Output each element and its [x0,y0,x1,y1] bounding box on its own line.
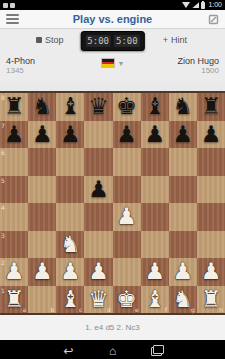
square-h7[interactable]: ♟ [197,121,225,149]
status-icons: 1:00 [182,0,222,10]
board-frame: 8♜♞♝♛♚♝♞♜7♟♟♟♟♟♟♟65♟4♟3♞2♟♟♟♟♟♟♟1a♜bc♝d♛… [0,91,225,315]
square-f7[interactable]: ♟ [141,121,169,149]
stop-label: Stop [45,35,64,45]
square-f5[interactable] [141,176,169,204]
square-e4[interactable]: ♟ [113,203,141,231]
square-c2[interactable]: ♟ [56,258,84,286]
notification-icon [10,3,15,8]
square-c7[interactable]: ♟ [56,121,84,149]
square-b2[interactable]: ♟ [28,258,56,286]
rank-label: 5 [1,177,5,184]
square-f4[interactable] [141,203,169,231]
signal-icon [192,2,199,8]
move-list-bar[interactable]: 1. e4 d5 2. Nc3 [0,315,225,340]
player-left-name: 4-Phon [6,56,35,66]
square-f3[interactable] [141,231,169,259]
white-rook[interactable]: ♜ [201,286,222,313]
white-knight[interactable]: ♞ [60,231,81,258]
square-f1[interactable]: f♝ [141,286,169,314]
hint-button[interactable]: + Hint [163,35,187,45]
player-right-rating: 1500 [177,66,219,76]
square-c1[interactable]: c♝ [56,286,84,314]
white-bishop[interactable]: ♝ [60,286,81,313]
square-h8[interactable]: ♜ [197,93,225,121]
black-bishop[interactable]: ♝ [60,93,81,120]
black-pawn[interactable]: ♟ [32,121,53,148]
chess-board: 8♜♞♝♛♚♝♞♜7♟♟♟♟♟♟♟65♟4♟3♞2♟♟♟♟♟♟♟1a♜bc♝d♛… [0,93,225,313]
stop-icon [36,37,42,43]
square-b7[interactable]: ♟ [28,121,56,149]
square-e6[interactable] [113,148,141,176]
square-e3[interactable] [113,231,141,259]
black-pawn[interactable]: ♟ [4,121,25,148]
chess-clock[interactable]: 5:00 5:00 [80,31,144,51]
square-b1[interactable]: b [28,286,56,314]
square-a2[interactable]: 2♟ [0,258,28,286]
player-right-name: Zion Hugo [177,56,219,66]
square-b5[interactable] [28,176,56,204]
rank-label: 3 [1,232,5,239]
black-pawn[interactable]: ♟ [60,121,81,148]
square-a8[interactable]: 8♜ [0,93,28,121]
square-a1[interactable]: 1a♜ [0,286,28,314]
square-d6[interactable] [84,148,112,176]
status-bar: 1:00 [0,0,225,10]
file-label: b [50,306,54,313]
back-button[interactable]: ↩ [61,344,77,358]
square-g3[interactable] [169,231,197,259]
player-left: 4-Phon 1345 [6,56,35,76]
white-pawn[interactable]: ♟ [173,258,194,285]
square-g7[interactable]: ♟ [169,121,197,149]
black-pawn[interactable]: ♟ [173,121,194,148]
black-queen[interactable]: ♛ [88,93,109,120]
white-pawn[interactable]: ♟ [201,258,222,285]
white-king[interactable]: ♚ [116,286,137,313]
square-h1[interactable]: h♜ [197,286,225,314]
hint-label: Hint [171,35,187,45]
white-pawn[interactable]: ♟ [116,203,137,230]
stop-button[interactable]: Stop [36,35,64,45]
square-d4[interactable] [84,203,112,231]
square-a7[interactable]: 7♟ [0,121,28,149]
square-h6[interactable] [197,148,225,176]
flip-board-icon[interactable] [207,13,219,25]
square-c8[interactable]: ♝ [56,93,84,121]
menu-icon[interactable] [6,14,19,24]
square-d1[interactable]: d♛ [84,286,112,314]
square-g4[interactable] [169,203,197,231]
black-pawn[interactable]: ♟ [88,176,109,203]
square-d3[interactable] [84,231,112,259]
rank-label: 6 [1,149,5,156]
square-c4[interactable] [56,203,84,231]
square-c5[interactable] [56,176,84,204]
square-h5[interactable] [197,176,225,204]
white-pawn[interactable]: ♟ [144,258,165,285]
black-pawn[interactable]: ♟ [116,121,137,148]
hint-icon: + [163,37,168,43]
square-g8[interactable]: ♞ [169,93,197,121]
square-h3[interactable] [197,231,225,259]
square-b8[interactable]: ♞ [28,93,56,121]
square-d7[interactable] [84,121,112,149]
clock-time: 1:00 [207,0,222,10]
germany-flag-icon [101,58,115,68]
notification-icon [3,3,8,8]
action-bar: Play vs. engine [0,10,225,29]
black-rook[interactable]: ♜ [4,93,25,120]
android-nav-bar: ↩ ⌂ [0,340,225,359]
black-knight[interactable]: ♞ [32,93,53,120]
player-right: Zion Hugo 1500 [177,56,219,76]
black-king[interactable]: ♚ [116,93,137,120]
white-clock: 5:00 [85,35,111,47]
player-left-rating: 1345 [6,66,35,76]
battery-icon [201,2,205,9]
white-pawn[interactable]: ♟ [60,258,81,285]
square-d5[interactable]: ♟ [84,176,112,204]
app-screen: 1:00 Play vs. engine Stop 5:00 5:00 + Hi… [0,0,225,359]
white-bishop[interactable]: ♝ [144,286,165,313]
white-queen[interactable]: ♛ [88,286,109,313]
square-e5[interactable] [113,176,141,204]
black-bishop[interactable]: ♝ [144,93,165,120]
square-c3[interactable]: ♞ [56,231,84,259]
flip-board-glyph [208,14,219,25]
black-pawn[interactable]: ♟ [201,121,222,148]
white-rook[interactable]: ♜ [4,286,25,313]
move-list: 1. e4 d5 2. Nc3 [85,323,139,332]
square-a4[interactable]: 4 [0,203,28,231]
square-h2[interactable]: ♟ [197,258,225,286]
notification-area [3,3,15,8]
square-e1[interactable]: e♚ [113,286,141,314]
square-f8[interactable]: ♝ [141,93,169,121]
spacer [0,83,225,91]
page-title: Play vs. engine [0,13,225,25]
square-d2[interactable]: ♟ [84,258,112,286]
recents-button[interactable] [149,344,165,358]
square-a6[interactable]: 6 [0,148,28,176]
black-knight[interactable]: ♞ [173,93,194,120]
recents-icon [151,347,162,356]
square-e2[interactable] [113,258,141,286]
square-a5[interactable]: 5 [0,176,28,204]
opening-selector[interactable]: ▼ [101,58,125,68]
square-b6[interactable] [28,148,56,176]
home-button[interactable]: ⌂ [105,344,121,358]
white-knight[interactable]: ♞ [173,286,194,313]
square-e7[interactable]: ♟ [113,121,141,149]
square-h4[interactable] [197,203,225,231]
square-f6[interactable] [141,148,169,176]
square-d8[interactable]: ♛ [84,93,112,121]
square-a3[interactable]: 3 [0,231,28,259]
black-clock: 5:00 [114,35,140,47]
game-controls: Stop 5:00 5:00 + Hint [0,29,225,54]
wifi-icon [182,2,190,8]
square-f2[interactable]: ♟ [141,258,169,286]
square-g2[interactable]: ♟ [169,258,197,286]
square-e8[interactable]: ♚ [113,93,141,121]
square-b4[interactable] [28,203,56,231]
square-g6[interactable] [169,148,197,176]
white-pawn[interactable]: ♟ [32,258,53,285]
square-b3[interactable] [28,231,56,259]
chevron-down-icon: ▼ [118,60,125,67]
rank-label: 4 [1,204,5,211]
white-pawn[interactable]: ♟ [88,258,109,285]
square-g1[interactable]: g♞ [169,286,197,314]
white-pawn[interactable]: ♟ [4,258,25,285]
black-pawn[interactable]: ♟ [144,121,165,148]
players-row: 4-Phon 1345 ▼ Zion Hugo 1500 [0,54,225,83]
black-rook[interactable]: ♜ [201,93,222,120]
square-g5[interactable] [169,176,197,204]
square-c6[interactable] [56,148,84,176]
